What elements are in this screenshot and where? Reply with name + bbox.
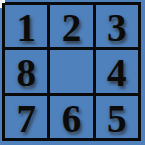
puzzle-image: 1 2 3 8 4 7 6 5 [0, 0, 145, 145]
puzzle-board: 1 2 3 8 4 7 6 5 [2, 2, 141, 141]
tile-4[interactable]: 4 [96, 50, 138, 92]
tile-6[interactable]: 6 [50, 96, 92, 138]
tile-2[interactable]: 2 [50, 5, 92, 47]
tile-5[interactable]: 5 [96, 96, 138, 138]
tile-7[interactable]: 7 [5, 96, 47, 138]
tile-3[interactable]: 3 [96, 5, 138, 47]
blank-cell [50, 50, 92, 92]
tile-8[interactable]: 8 [5, 50, 47, 92]
tile-1[interactable]: 1 [5, 5, 47, 47]
corner-artifact-left [0, 0, 2, 8]
